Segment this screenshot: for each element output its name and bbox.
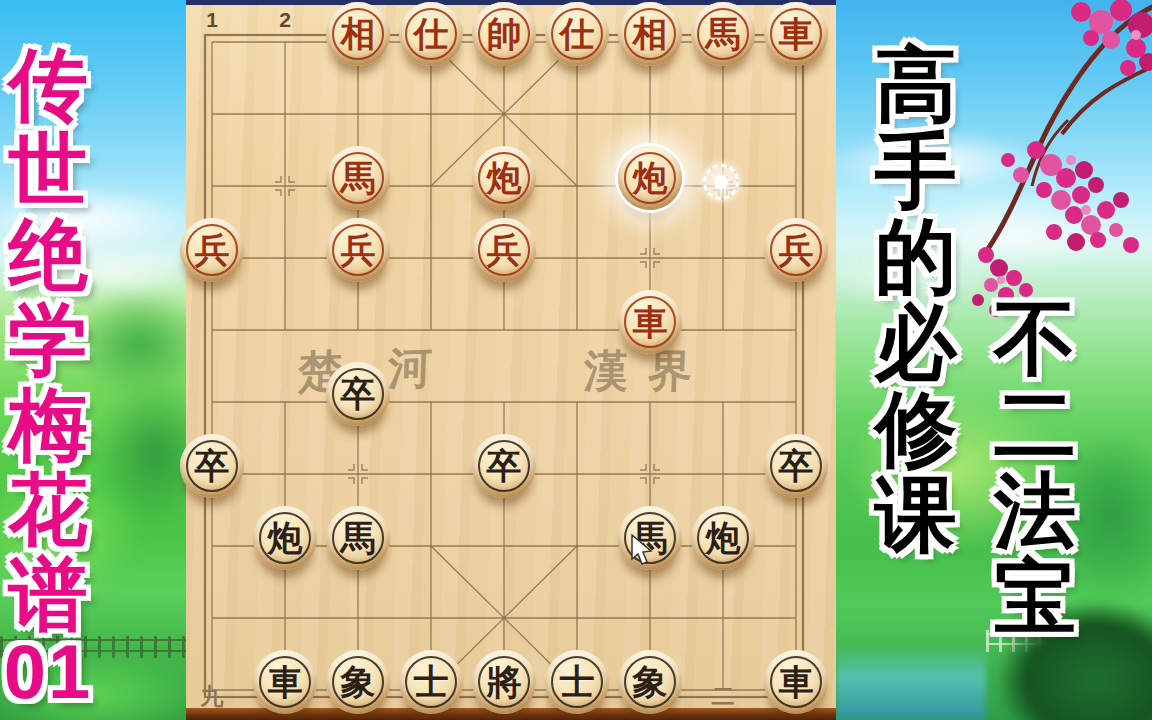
piece-character: 車 [764,2,828,66]
column-label-bottom-8: 二 [712,681,735,712]
piece-black-pawn-c1r6[interactable]: 卒 [180,434,244,498]
piece-black-chariot-c9r9[interactable]: 車 [764,650,828,714]
piece-black-chariot-c2r9[interactable]: 車 [253,650,317,714]
video-frame: 楚河 漢界 12九二 相仕帥仕相馬車馬炮炮兵兵兵兵車卒卒卒卒炮馬馬炮車象士將士象… [0,0,1152,720]
caption-char: 的 [866,214,966,300]
piece-red-pawn-c1r3[interactable]: 兵 [180,218,244,282]
piece-black-advisor-c6r9[interactable]: 士 [545,650,609,714]
piece-red-horse-c8r0[interactable]: 馬 [691,2,755,66]
piece-character: 兵 [472,218,536,282]
caption-char: 梅 [2,382,94,467]
caption-char: 传 [2,42,94,127]
piece-character: 馬 [326,146,390,210]
piece-character: 車 [618,290,682,354]
piece-black-king-c5r9[interactable]: 將 [472,650,536,714]
caption-char: 高 [866,42,966,128]
piece-character: 兵 [764,218,828,282]
piece-character: 馬 [691,2,755,66]
piece-black-horse-c3r7[interactable]: 馬 [326,506,390,570]
left-episode-number: 01 [0,628,96,715]
caption-char: 学 [2,297,94,382]
piece-character: 仕 [545,2,609,66]
piece-character: 士 [399,650,463,714]
caption-char: 必 [866,300,966,386]
piece-red-chariot-c7r4[interactable]: 車 [618,290,682,354]
piece-character: 馬 [326,506,390,570]
piece-red-king-c5r0[interactable]: 帥 [472,2,536,66]
piece-black-pawn-c3r5[interactable]: 卒 [326,362,390,426]
caption-char: 不 [985,296,1085,382]
piece-black-pawn-c9r6[interactable]: 卒 [764,434,828,498]
piece-red-cannon-c7r2[interactable]: 炮 [618,146,682,210]
left-title-vertical: 传世绝学梅花谱 [2,42,94,637]
caption-char: 二 [985,382,1085,468]
piece-black-advisor-c4r9[interactable]: 士 [399,650,463,714]
pond [836,648,986,720]
piece-red-chariot-c9r0[interactable]: 車 [764,2,828,66]
piece-character: 車 [253,650,317,714]
piece-black-horse-c7r7[interactable]: 馬 [618,506,682,570]
piece-red-advisor-c6r0[interactable]: 仕 [545,2,609,66]
piece-character: 炮 [472,146,536,210]
board-grid [186,0,836,720]
piece-character: 兵 [326,218,390,282]
piece-red-pawn-c9r3[interactable]: 兵 [764,218,828,282]
piece-character: 卒 [472,434,536,498]
piece-black-elephant-c3r9[interactable]: 象 [326,650,390,714]
piece-red-horse-c3r2[interactable]: 馬 [326,146,390,210]
xiangqi-board[interactable]: 楚河 漢界 12九二 相仕帥仕相馬車馬炮炮兵兵兵兵車卒卒卒卒炮馬馬炮車象士將士象… [186,0,836,720]
piece-character: 卒 [180,434,244,498]
piece-black-cannon-c8r7[interactable]: 炮 [691,506,755,570]
piece-character: 象 [326,650,390,714]
caption-char: 法 [985,468,1085,554]
piece-character: 象 [618,650,682,714]
column-label-bottom-1: 九 [201,681,224,712]
piece-black-pawn-c5r6[interactable]: 卒 [472,434,536,498]
piece-character: 仕 [399,2,463,66]
piece-character: 卒 [764,434,828,498]
right-subtitle-vertical: 不二法宝 [985,296,1085,640]
caption-char: 世 [2,127,94,212]
piece-character: 士 [545,650,609,714]
piece-character: 兵 [180,218,244,282]
piece-character: 帥 [472,2,536,66]
piece-red-elephant-c7r0[interactable]: 相 [618,2,682,66]
column-label-top-1: 1 [206,8,218,32]
right-title-vertical: 高手的必修课 [866,42,966,558]
piece-character: 馬 [618,506,682,570]
piece-black-elephant-c7r9[interactable]: 象 [618,650,682,714]
caption-char: 花 [2,467,94,552]
caption-char: 宝 [985,554,1085,640]
caption-char: 手 [866,128,966,214]
piece-character: 車 [764,650,828,714]
piece-black-cannon-c2r7[interactable]: 炮 [253,506,317,570]
piece-character: 卒 [326,362,390,426]
caption-char: 课 [866,472,966,558]
piece-character: 炮 [618,146,682,210]
caption-char: 修 [866,386,966,472]
piece-red-elephant-c3r0[interactable]: 相 [326,2,390,66]
caption-char: 绝 [2,212,94,297]
piece-red-pawn-c3r3[interactable]: 兵 [326,218,390,282]
piece-red-cannon-c5r2[interactable]: 炮 [472,146,536,210]
piece-character: 炮 [691,506,755,570]
piece-character: 相 [326,2,390,66]
piece-character: 相 [618,2,682,66]
piece-character: 將 [472,650,536,714]
piece-red-pawn-c5r3[interactable]: 兵 [472,218,536,282]
caption-char: 谱 [2,552,94,637]
piece-red-advisor-c4r0[interactable]: 仕 [399,2,463,66]
column-label-top-2: 2 [279,8,291,32]
piece-character: 炮 [253,506,317,570]
